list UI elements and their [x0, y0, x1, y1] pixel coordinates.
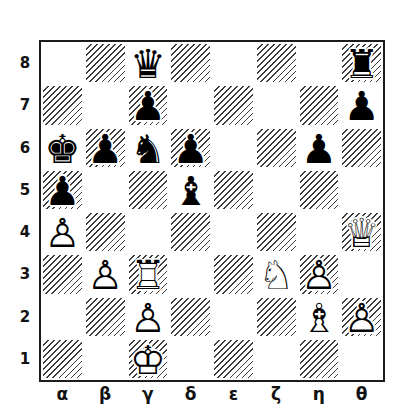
black-piece-glyph: ♟ [298, 128, 341, 170]
square-α2[interactable] [41, 296, 84, 338]
white-king: ♚♔ [129, 340, 168, 378]
white-piece-outline-layer: ♙ [342, 299, 381, 337]
rank-label-3: 3 [14, 253, 36, 295]
square-ε2[interactable] [212, 296, 255, 338]
square-η4[interactable] [298, 211, 341, 253]
square-η7[interactable] [298, 84, 341, 126]
file-label-η: η [298, 383, 341, 405]
square-γ6[interactable]: ♞ [127, 127, 170, 169]
square-α8[interactable] [41, 42, 84, 84]
black-piece-glyph: ♛ [127, 43, 170, 85]
square-β6[interactable]: ♟ [84, 127, 127, 169]
square-η6[interactable]: ♟ [298, 127, 341, 169]
square-η3[interactable]: ♟♙ [298, 253, 341, 295]
black-pawn: ♟ [129, 86, 168, 124]
file-label-β: β [84, 383, 127, 405]
square-β5[interactable] [84, 169, 127, 211]
square-γ1[interactable]: ♚♔ [127, 338, 170, 380]
white-piece-outline-layer: ♕ [342, 214, 381, 252]
file-label-γ: γ [127, 383, 170, 405]
rank-label-2: 2 [14, 296, 36, 338]
file-label-δ: δ [169, 383, 212, 405]
square-β2[interactable] [84, 296, 127, 338]
black-piece-glyph: ♜ [342, 45, 381, 83]
square-β7[interactable] [84, 84, 127, 126]
chess-diagram-page: 87654321 ♛♜♟♟♚♟♞♟♟♟♝♟♙♛♕♟♙♜♖♞♘♟♙♟♙♝♗♟♙♚♔… [0, 0, 420, 420]
square-ζ2[interactable] [255, 296, 298, 338]
black-pawn: ♟ [86, 129, 125, 167]
rank-label-6: 6 [14, 127, 36, 169]
square-δ6[interactable]: ♟ [169, 127, 212, 169]
file-label-α: α [41, 383, 84, 405]
square-θ2[interactable]: ♟♙ [340, 296, 383, 338]
black-pawn: ♟ [43, 171, 82, 209]
white-piece-outline-layer: ♙ [300, 256, 339, 294]
square-η8[interactable] [298, 42, 341, 84]
white-knight: ♞♘ [255, 253, 298, 295]
file-label-θ: θ [340, 383, 383, 405]
square-α4[interactable]: ♟♙ [41, 211, 84, 253]
rank-label-1: 1 [14, 338, 36, 380]
square-ζ8[interactable] [255, 42, 298, 84]
square-θ6[interactable] [340, 127, 383, 169]
square-θ8[interactable]: ♜ [340, 42, 383, 84]
square-ε8[interactable] [212, 42, 255, 84]
square-ε1[interactable] [212, 338, 255, 380]
square-δ7[interactable] [169, 84, 212, 126]
square-θ3[interactable] [340, 253, 383, 295]
square-δ2[interactable] [169, 296, 212, 338]
white-pawn: ♟♙ [84, 253, 127, 295]
square-ε5[interactable] [212, 169, 255, 211]
square-η1[interactable] [298, 338, 341, 380]
black-piece-glyph: ♟ [129, 87, 168, 125]
square-α6[interactable]: ♚ [41, 127, 84, 169]
black-piece-glyph: ♟ [340, 85, 383, 127]
black-queen: ♛ [127, 42, 170, 84]
square-α7[interactable] [41, 84, 84, 126]
square-γ7[interactable]: ♟ [127, 84, 170, 126]
square-ζ5[interactable] [255, 169, 298, 211]
white-pawn: ♟♙ [300, 255, 339, 293]
black-piece-glyph: ♝ [169, 170, 212, 212]
square-β8[interactable] [84, 42, 127, 84]
square-θ7[interactable]: ♟ [340, 84, 383, 126]
black-piece-glyph: ♚ [41, 128, 84, 170]
white-pawn: ♟♙ [342, 298, 381, 336]
white-bishop: ♝♗ [298, 296, 341, 338]
white-piece-outline-layer: ♔ [129, 341, 168, 379]
black-king: ♚ [41, 127, 84, 169]
square-θ5[interactable] [340, 169, 383, 211]
white-piece-outline-layer: ♘ [255, 254, 298, 296]
square-θ4[interactable]: ♛♕ [340, 211, 383, 253]
square-ε6[interactable] [212, 127, 255, 169]
white-piece-outline-layer: ♙ [84, 254, 127, 296]
square-δ3[interactable] [169, 253, 212, 295]
square-δ8[interactable] [169, 42, 212, 84]
white-piece-outline-layer: ♗ [298, 297, 341, 339]
black-piece-glyph: ♟ [86, 130, 125, 168]
black-pawn: ♟ [298, 127, 341, 169]
rank-labels: 87654321 [14, 42, 36, 380]
white-piece-outline-layer: ♙ [41, 212, 84, 254]
square-β3[interactable]: ♟♙ [84, 253, 127, 295]
square-η5[interactable] [298, 169, 341, 211]
square-η2[interactable]: ♝♗ [298, 296, 341, 338]
square-θ1[interactable] [340, 338, 383, 380]
rank-label-5: 5 [14, 169, 36, 211]
square-β4[interactable] [84, 211, 127, 253]
file-labels: αβγδεζηθ [41, 383, 383, 405]
square-ζ1[interactable] [255, 338, 298, 380]
white-pawn: ♟♙ [127, 296, 170, 338]
white-piece-outline-layer: ♖ [129, 256, 168, 294]
black-rook: ♜ [342, 44, 381, 82]
square-ζ3[interactable]: ♞♘ [255, 253, 298, 295]
square-δ5[interactable]: ♝ [169, 169, 212, 211]
rank-label-7: 7 [14, 84, 36, 126]
file-label-ζ: ζ [255, 383, 298, 405]
white-rook: ♜♖ [129, 255, 168, 293]
square-γ3[interactable]: ♜♖ [127, 253, 170, 295]
white-piece-outline-layer: ♙ [127, 297, 170, 339]
black-pawn: ♟ [171, 129, 210, 167]
square-γ5[interactable] [127, 169, 170, 211]
square-ε3[interactable] [212, 253, 255, 295]
square-α1[interactable] [41, 338, 84, 380]
white-queen: ♛♕ [342, 213, 381, 251]
square-α5[interactable]: ♟ [41, 169, 84, 211]
square-ζ6[interactable] [255, 127, 298, 169]
square-α3[interactable] [41, 253, 84, 295]
square-γ2[interactable]: ♟♙ [127, 296, 170, 338]
square-δ4[interactable] [169, 211, 212, 253]
chess-board: ♛♜♟♟♚♟♞♟♟♟♝♟♙♛♕♟♙♜♖♞♘♟♙♟♙♝♗♟♙♚♔ [39, 40, 385, 382]
square-ε4[interactable] [212, 211, 255, 253]
square-ε7[interactable] [212, 84, 255, 126]
black-pawn: ♟ [340, 84, 383, 126]
square-ζ4[interactable] [255, 211, 298, 253]
rank-label-4: 4 [14, 211, 36, 253]
black-piece-glyph: ♟ [43, 172, 82, 210]
black-bishop: ♝ [169, 169, 212, 211]
black-piece-glyph: ♟ [171, 130, 210, 168]
rank-label-8: 8 [14, 42, 36, 84]
black-knight: ♞ [127, 127, 170, 169]
square-γ4[interactable] [127, 211, 170, 253]
square-δ1[interactable] [169, 338, 212, 380]
square-γ8[interactable]: ♛ [127, 42, 170, 84]
white-pawn: ♟♙ [41, 211, 84, 253]
black-piece-glyph: ♞ [127, 128, 170, 170]
square-ζ7[interactable] [255, 84, 298, 126]
file-label-ε: ε [212, 383, 255, 405]
square-β1[interactable] [84, 338, 127, 380]
